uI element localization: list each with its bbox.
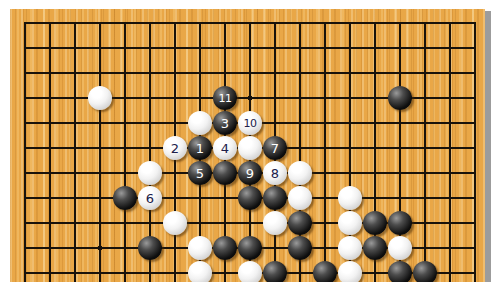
- white-stone[interactable]: [238, 136, 262, 160]
- go-board[interactable]: 1131021475986: [10, 9, 485, 282]
- white-stone[interactable]: [238, 261, 262, 282]
- black-stone[interactable]: [388, 86, 412, 110]
- move-number-label: 11: [219, 93, 232, 104]
- white-stone[interactable]: [338, 236, 362, 260]
- move-number-label: 3: [221, 117, 229, 130]
- black-stone[interactable]: [238, 186, 262, 210]
- move-number-label: 9: [246, 167, 254, 180]
- black-stone[interactable]: [363, 236, 387, 260]
- move-number-label: 7: [271, 142, 279, 155]
- white-stone[interactable]: [188, 261, 212, 282]
- white-stone[interactable]: [288, 186, 312, 210]
- black-stone[interactable]: [413, 261, 437, 282]
- black-stone-move-3[interactable]: 3: [213, 111, 237, 135]
- white-stone-move-10[interactable]: 10: [238, 111, 262, 135]
- black-stone-move-9[interactable]: 9: [238, 161, 262, 185]
- black-stone[interactable]: [388, 261, 412, 282]
- white-stone[interactable]: [338, 186, 362, 210]
- black-stone[interactable]: [138, 236, 162, 260]
- white-stone[interactable]: [263, 211, 287, 235]
- white-stone[interactable]: [88, 86, 112, 110]
- board-points-grid: 1131021475986: [13, 11, 488, 282]
- black-stone[interactable]: [288, 236, 312, 260]
- white-stone-move-6[interactable]: 6: [138, 186, 162, 210]
- white-stone[interactable]: [188, 111, 212, 135]
- black-stone-move-5[interactable]: 5: [188, 161, 212, 185]
- black-stone-move-1[interactable]: 1: [188, 136, 212, 160]
- white-stone[interactable]: [163, 211, 187, 235]
- black-stone[interactable]: [263, 261, 287, 282]
- white-stone-move-8[interactable]: 8: [263, 161, 287, 185]
- move-number-label: 10: [244, 118, 257, 129]
- black-stone-move-7[interactable]: 7: [263, 136, 287, 160]
- black-stone[interactable]: [288, 211, 312, 235]
- black-stone-move-11[interactable]: 11: [213, 86, 237, 110]
- move-number-label: 6: [146, 192, 154, 205]
- go-diagram-canvas: 1131021475986: [0, 0, 500, 282]
- white-stone-move-4[interactable]: 4: [213, 136, 237, 160]
- move-number-label: 4: [221, 142, 229, 155]
- black-stone[interactable]: [213, 161, 237, 185]
- move-number-label: 5: [196, 167, 204, 180]
- white-stone[interactable]: [288, 161, 312, 185]
- star-point: [248, 96, 252, 100]
- white-stone[interactable]: [338, 211, 362, 235]
- black-stone[interactable]: [263, 186, 287, 210]
- black-stone[interactable]: [388, 211, 412, 235]
- move-number-label: 2: [171, 142, 179, 155]
- white-stone[interactable]: [188, 236, 212, 260]
- move-number-label: 8: [271, 167, 279, 180]
- move-number-label: 1: [196, 142, 204, 155]
- star-point: [98, 246, 102, 250]
- black-stone[interactable]: [213, 236, 237, 260]
- white-stone[interactable]: [138, 161, 162, 185]
- black-stone[interactable]: [363, 211, 387, 235]
- black-stone[interactable]: [113, 186, 137, 210]
- white-stone-move-2[interactable]: 2: [163, 136, 187, 160]
- white-stone[interactable]: [388, 236, 412, 260]
- black-stone[interactable]: [238, 236, 262, 260]
- black-stone[interactable]: [313, 261, 337, 282]
- white-stone[interactable]: [338, 261, 362, 282]
